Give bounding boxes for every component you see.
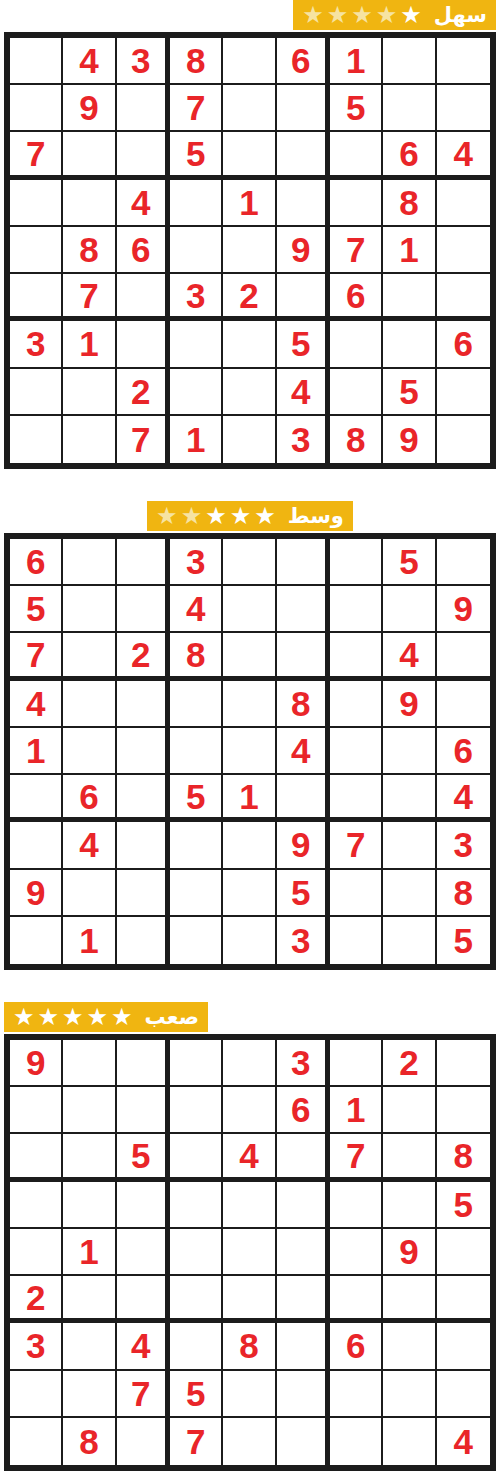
cell-hard-r6c7 [330,1276,383,1323]
cell-easy-r4c6 [277,180,330,227]
cell-hard-r8c9 [437,1371,490,1418]
cell-medium-r1c8: 5 [383,539,436,586]
cell-easy-r3c8: 6 [383,132,436,179]
cell-medium-r4c1: 4 [10,681,63,728]
cell-medium-r7c6: 9 [277,822,330,869]
cell-easy-r2c3 [117,85,170,132]
cell-hard-r7c1: 3 [10,1323,63,1370]
cell-easy-r9c7: 8 [330,416,383,463]
sudoku-board-easy: 438619757564418869717326315624571389 [4,32,496,469]
cell-medium-r9c5 [223,917,276,964]
cell-hard-r6c2 [63,1276,116,1323]
cell-hard-r3c2 [63,1134,116,1181]
cell-hard-r1c7 [330,1040,383,1087]
cell-medium-r7c3 [117,822,170,869]
cell-medium-r7c2: 4 [63,822,116,869]
cell-medium-r4c7 [330,681,383,728]
star-lit-icon: ★ [87,1004,109,1030]
cell-easy-r7c3 [117,321,170,368]
cell-easy-r7c7 [330,321,383,368]
cell-medium-r9c1 [10,917,63,964]
cell-hard-r3c3: 5 [117,1134,170,1181]
cell-medium-r1c1: 6 [10,539,63,586]
cell-medium-r3c7 [330,633,383,680]
cell-medium-r4c3 [117,681,170,728]
cell-hard-r7c6 [277,1323,330,1370]
cell-hard-r8c3: 7 [117,1371,170,1418]
cell-medium-r1c3 [117,539,170,586]
cell-medium-r2c8 [383,586,436,633]
cell-medium-r7c4 [170,822,223,869]
cell-hard-r7c2 [63,1323,116,1370]
cell-easy-r5c5 [223,227,276,274]
cell-easy-r4c9 [437,180,490,227]
cell-easy-r2c2: 9 [63,85,116,132]
cell-hard-r7c9 [437,1323,490,1370]
cell-easy-r8c6: 4 [277,369,330,416]
cell-easy-r7c6: 5 [277,321,330,368]
cell-easy-r6c1 [10,274,63,321]
cell-easy-r6c2: 7 [63,274,116,321]
cell-easy-r9c8: 9 [383,416,436,463]
cell-medium-r3c6 [277,633,330,680]
cell-hard-r7c4 [170,1323,223,1370]
cell-medium-r2c7 [330,586,383,633]
cell-easy-r6c5: 2 [223,274,276,321]
cell-medium-r4c9 [437,681,490,728]
cell-hard-r6c3 [117,1276,170,1323]
sudoku-board-medium: 635549728448914665144973958135 [4,533,496,970]
cell-medium-r3c5 [223,633,276,680]
star-dim-icon: ★ [181,503,203,529]
cell-medium-r3c9 [437,633,490,680]
star-lit-icon: ★ [254,503,276,529]
cell-easy-r8c5 [223,369,276,416]
cell-medium-r5c6: 4 [277,728,330,775]
difficulty-text-easy: سهل [434,1,487,29]
cell-medium-r8c9: 8 [437,870,490,917]
cell-hard-r3c1 [10,1134,63,1181]
cell-hard-r4c2 [63,1182,116,1229]
cell-hard-r3c7: 7 [330,1134,383,1181]
cell-medium-r3c8: 4 [383,633,436,680]
cell-easy-r3c4: 5 [170,132,223,179]
cell-medium-r8c4 [170,870,223,917]
cell-easy-r9c4: 1 [170,416,223,463]
cell-medium-r3c1: 7 [10,633,63,680]
cell-medium-r5c2 [63,728,116,775]
cell-medium-r5c4 [170,728,223,775]
cell-easy-r5c2: 8 [63,227,116,274]
cell-medium-r4c8: 9 [383,681,436,728]
star-lit-icon: ★ [205,503,227,529]
cell-medium-r6c9: 4 [437,775,490,822]
cell-medium-r8c6: 5 [277,870,330,917]
cell-hard-r5c2: 1 [63,1229,116,1276]
difficulty-stars-easy: ★★★★★ [302,2,422,28]
cell-easy-r7c8 [383,321,436,368]
cell-easy-r3c6 [277,132,330,179]
cell-easy-r2c5 [223,85,276,132]
cell-hard-r4c7 [330,1182,383,1229]
cell-medium-r9c7 [330,917,383,964]
cell-easy-r2c8 [383,85,436,132]
cell-hard-r5c5 [223,1229,276,1276]
cell-hard-r5c9 [437,1229,490,1276]
cell-easy-r2c1 [10,85,63,132]
cell-easy-r6c6 [277,274,330,321]
difficulty-text-medium: وسط [288,502,344,530]
cell-hard-r1c4 [170,1040,223,1087]
cell-hard-r9c7 [330,1418,383,1465]
cell-medium-r6c6 [277,775,330,822]
sudoku-sheet: ★★★★★ سهل 438619757564418869717326315624… [0,0,500,1477]
star-dim-icon: ★ [302,2,324,28]
star-dim-icon: ★ [376,2,398,28]
cell-easy-r5c1 [10,227,63,274]
cell-easy-r8c2 [63,369,116,416]
cell-medium-r6c7 [330,775,383,822]
puzzle-medium: ★★★★★ وسط 635549728448914665144973958135 [0,501,500,970]
cell-medium-r7c7: 7 [330,822,383,869]
cell-easy-r5c4 [170,227,223,274]
star-lit-icon: ★ [62,1004,84,1030]
cell-easy-r1c5 [223,38,276,85]
cell-hard-r1c3 [117,1040,170,1087]
cell-easy-r3c5 [223,132,276,179]
cell-hard-r2c5 [223,1087,276,1134]
cell-easy-r6c3 [117,274,170,321]
cell-easy-r3c9: 4 [437,132,490,179]
puzzle-easy: ★★★★★ سهل 438619757564418869717326315624… [0,0,500,469]
cell-hard-r6c4 [170,1276,223,1323]
difficulty-row-hard: ★★★★★ صعب [4,1002,496,1032]
cell-easy-r4c1 [10,180,63,227]
cell-hard-r7c8 [383,1323,436,1370]
cell-hard-r1c8: 2 [383,1040,436,1087]
star-lit-icon: ★ [230,503,252,529]
cell-medium-r7c5 [223,822,276,869]
cell-hard-r3c6 [277,1134,330,1181]
cell-easy-r5c3: 6 [117,227,170,274]
cell-easy-r1c7: 1 [330,38,383,85]
cell-hard-r6c8 [383,1276,436,1323]
star-dim-icon: ★ [156,503,178,529]
cell-hard-r1c9 [437,1040,490,1087]
cell-easy-r6c4: 3 [170,274,223,321]
cell-medium-r8c8 [383,870,436,917]
cell-medium-r9c3 [117,917,170,964]
cell-easy-r4c3: 4 [117,180,170,227]
cell-medium-r2c1: 5 [10,586,63,633]
cell-medium-r5c9: 6 [437,728,490,775]
cell-easy-r8c9 [437,369,490,416]
cell-medium-r3c4: 8 [170,633,223,680]
cell-medium-r7c8 [383,822,436,869]
cell-medium-r6c2: 6 [63,775,116,822]
cell-easy-r3c1: 7 [10,132,63,179]
cell-medium-r6c1 [10,775,63,822]
star-lit-icon: ★ [13,1004,35,1030]
cell-hard-r2c9 [437,1087,490,1134]
cell-hard-r9c8 [383,1418,436,1465]
cell-hard-r7c5: 8 [223,1323,276,1370]
cell-easy-r7c1: 3 [10,321,63,368]
star-dim-icon: ★ [351,2,373,28]
cell-hard-r4c4 [170,1182,223,1229]
cell-easy-r7c9: 6 [437,321,490,368]
cell-medium-r2c6 [277,586,330,633]
difficulty-row-easy: ★★★★★ سهل [4,0,496,30]
cell-hard-r9c6 [277,1418,330,1465]
cell-medium-r9c6: 3 [277,917,330,964]
cell-hard-r5c1 [10,1229,63,1276]
cell-easy-r9c5 [223,416,276,463]
cell-medium-r9c4 [170,917,223,964]
cell-easy-r5c7: 7 [330,227,383,274]
cell-medium-r8c7 [330,870,383,917]
difficulty-label-medium: ★★★★★ وسط [147,501,353,531]
cell-easy-r1c4: 8 [170,38,223,85]
cell-hard-r4c5 [223,1182,276,1229]
cell-medium-r6c8 [383,775,436,822]
cell-medium-r8c1: 9 [10,870,63,917]
cell-hard-r8c4: 5 [170,1371,223,1418]
cell-hard-r9c9: 4 [437,1418,490,1465]
cell-hard-r4c1 [10,1182,63,1229]
cell-easy-r2c9 [437,85,490,132]
cell-medium-r5c5 [223,728,276,775]
cell-medium-r1c7 [330,539,383,586]
cell-easy-r9c6: 3 [277,416,330,463]
cell-medium-r1c6 [277,539,330,586]
cell-easy-r3c3 [117,132,170,179]
cell-hard-r2c2 [63,1087,116,1134]
difficulty-stars-hard: ★★★★★ [13,1004,133,1030]
cell-medium-r6c4: 5 [170,775,223,822]
cell-easy-r4c4 [170,180,223,227]
cell-easy-r9c9 [437,416,490,463]
cell-medium-r1c4: 3 [170,539,223,586]
cell-medium-r2c5 [223,586,276,633]
cell-medium-r2c4: 4 [170,586,223,633]
cell-medium-r1c9 [437,539,490,586]
cell-hard-r5c4 [170,1229,223,1276]
cell-easy-r4c8: 8 [383,180,436,227]
cell-medium-r5c3 [117,728,170,775]
cell-hard-r6c1: 2 [10,1276,63,1323]
difficulty-text-hard: صعب [145,1003,199,1031]
cell-medium-r2c2 [63,586,116,633]
cell-hard-r3c4 [170,1134,223,1181]
cell-hard-r9c4: 7 [170,1418,223,1465]
cell-medium-r4c6: 8 [277,681,330,728]
cell-hard-r4c8 [383,1182,436,1229]
cell-hard-r8c7 [330,1371,383,1418]
cell-easy-r7c5 [223,321,276,368]
cell-medium-r1c2 [63,539,116,586]
cell-easy-r5c9 [437,227,490,274]
cell-easy-r5c6: 9 [277,227,330,274]
cell-medium-r5c8 [383,728,436,775]
difficulty-label-easy: ★★★★★ سهل [293,0,496,30]
cell-hard-r1c5 [223,1040,276,1087]
cell-easy-r4c2 [63,180,116,227]
cell-medium-r2c3 [117,586,170,633]
cell-hard-r2c7: 1 [330,1087,383,1134]
cell-easy-r7c4 [170,321,223,368]
cell-medium-r6c3 [117,775,170,822]
cell-hard-r4c3 [117,1182,170,1229]
cell-hard-r8c5 [223,1371,276,1418]
cell-easy-r2c6 [277,85,330,132]
cell-hard-r9c1 [10,1418,63,1465]
cell-hard-r8c1 [10,1371,63,1418]
cell-medium-r3c3: 2 [117,633,170,680]
cell-hard-r1c6: 3 [277,1040,330,1087]
cell-easy-r6c9 [437,274,490,321]
cell-easy-r6c7: 6 [330,274,383,321]
cell-medium-r3c2 [63,633,116,680]
cell-medium-r5c1: 1 [10,728,63,775]
cell-easy-r1c3: 3 [117,38,170,85]
cell-easy-r1c2: 4 [63,38,116,85]
cell-hard-r8c8 [383,1371,436,1418]
cell-easy-r8c1 [10,369,63,416]
cell-easy-r4c7 [330,180,383,227]
cell-hard-r8c6 [277,1371,330,1418]
cell-medium-r2c9: 9 [437,586,490,633]
cell-hard-r6c6 [277,1276,330,1323]
star-lit-icon: ★ [400,2,422,28]
cell-hard-r6c5 [223,1276,276,1323]
cell-hard-r4c9: 5 [437,1182,490,1229]
cell-medium-r9c2: 1 [63,917,116,964]
difficulty-row-medium: ★★★★★ وسط [4,501,496,531]
cell-easy-r3c7 [330,132,383,179]
cell-medium-r9c8 [383,917,436,964]
cell-easy-r3c2 [63,132,116,179]
cell-easy-r8c8: 5 [383,369,436,416]
cell-easy-r2c7: 5 [330,85,383,132]
cell-easy-r6c8 [383,274,436,321]
cell-easy-r8c3: 2 [117,369,170,416]
star-lit-icon: ★ [38,1004,60,1030]
cell-medium-r1c5 [223,539,276,586]
cell-hard-r4c6 [277,1182,330,1229]
cell-easy-r9c3: 7 [117,416,170,463]
star-lit-icon: ★ [111,1004,133,1030]
cell-hard-r8c2 [63,1371,116,1418]
cell-hard-r3c5: 4 [223,1134,276,1181]
cell-easy-r1c1 [10,38,63,85]
cell-easy-r4c5: 1 [223,180,276,227]
cell-medium-r9c9: 5 [437,917,490,964]
cell-easy-r7c2: 1 [63,321,116,368]
cell-hard-r7c7: 6 [330,1323,383,1370]
cell-hard-r5c8: 9 [383,1229,436,1276]
cell-hard-r2c8 [383,1087,436,1134]
cell-hard-r5c6 [277,1229,330,1276]
cell-hard-r6c9 [437,1276,490,1323]
difficulty-label-hard: ★★★★★ صعب [4,1002,208,1032]
cell-easy-r8c4 [170,369,223,416]
cell-medium-r8c5 [223,870,276,917]
cell-medium-r4c4 [170,681,223,728]
cell-easy-r9c1 [10,416,63,463]
star-dim-icon: ★ [327,2,349,28]
cell-hard-r2c3 [117,1087,170,1134]
cell-hard-r5c7 [330,1229,383,1276]
cell-medium-r5c7 [330,728,383,775]
cell-medium-r4c2 [63,681,116,728]
cell-easy-r9c2 [63,416,116,463]
cell-medium-r8c3 [117,870,170,917]
sudoku-board-hard: 9326154785192348675874 [4,1034,496,1471]
cell-easy-r1c8 [383,38,436,85]
cell-hard-r9c3 [117,1418,170,1465]
difficulty-stars-medium: ★★★★★ [156,503,276,529]
cell-hard-r2c1 [10,1087,63,1134]
cell-easy-r5c8: 1 [383,227,436,274]
cell-hard-r7c3: 4 [117,1323,170,1370]
cell-hard-r9c2: 8 [63,1418,116,1465]
cell-hard-r9c5 [223,1418,276,1465]
cell-medium-r7c1 [10,822,63,869]
cell-easy-r1c6: 6 [277,38,330,85]
cell-hard-r1c1: 9 [10,1040,63,1087]
cell-hard-r3c9: 8 [437,1134,490,1181]
cell-hard-r3c8 [383,1134,436,1181]
cell-medium-r8c2 [63,870,116,917]
cell-easy-r2c4: 7 [170,85,223,132]
cell-hard-r1c2 [63,1040,116,1087]
cell-medium-r6c5: 1 [223,775,276,822]
cell-hard-r5c3 [117,1229,170,1276]
cell-hard-r2c4 [170,1087,223,1134]
cell-medium-r7c9: 3 [437,822,490,869]
cell-hard-r2c6: 6 [277,1087,330,1134]
cell-easy-r1c9 [437,38,490,85]
cell-medium-r4c5 [223,681,276,728]
cell-easy-r8c7 [330,369,383,416]
puzzle-hard: ★★★★★ صعب 9326154785192348675874 [0,1002,500,1471]
